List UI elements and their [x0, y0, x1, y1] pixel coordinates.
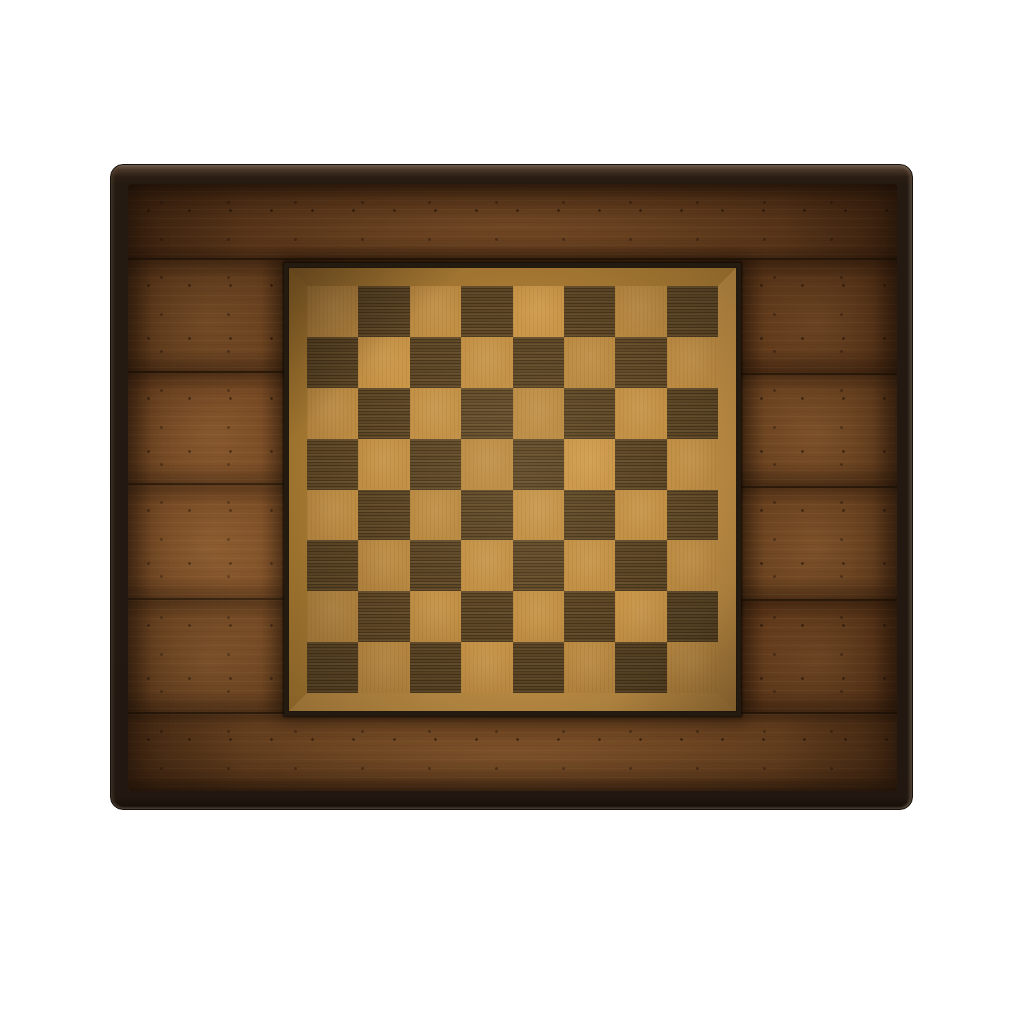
square-f4 — [564, 490, 615, 541]
wood-plank-right-2 — [741, 372, 897, 484]
square-c5 — [410, 439, 461, 490]
wood-plank-left-2 — [128, 372, 284, 484]
plank-seam — [128, 258, 897, 260]
wood-plank-top — [128, 184, 897, 259]
square-e8 — [513, 286, 564, 337]
game-table-top — [110, 164, 913, 810]
square-d6 — [461, 388, 512, 439]
square-c4 — [410, 490, 461, 541]
square-g7 — [615, 337, 666, 388]
square-b7 — [358, 337, 409, 388]
square-a1 — [307, 642, 358, 693]
square-h1 — [667, 642, 718, 693]
wood-plank-bottom — [128, 713, 897, 791]
square-h5 — [667, 439, 718, 490]
square-f5 — [564, 439, 615, 490]
plank-seam — [128, 371, 284, 373]
square-c8 — [410, 286, 461, 337]
square-e3 — [513, 540, 564, 591]
square-e4 — [513, 490, 564, 541]
square-d5 — [461, 439, 512, 490]
square-a6 — [307, 388, 358, 439]
chessboard-inlay — [284, 263, 741, 716]
square-c7 — [410, 337, 461, 388]
square-e2 — [513, 591, 564, 642]
square-b4 — [358, 490, 409, 541]
wood-plank-right-3 — [741, 484, 897, 599]
square-d4 — [461, 490, 512, 541]
square-f6 — [564, 388, 615, 439]
wood-plank-left-1 — [128, 259, 284, 372]
square-g2 — [615, 591, 666, 642]
square-g1 — [615, 642, 666, 693]
plank-seam — [741, 599, 897, 601]
square-h7 — [667, 337, 718, 388]
square-d8 — [461, 286, 512, 337]
square-g3 — [615, 540, 666, 591]
square-d3 — [461, 540, 512, 591]
plank-seam — [741, 373, 897, 375]
square-b1 — [358, 642, 409, 693]
square-c6 — [410, 388, 461, 439]
square-e1 — [513, 642, 564, 693]
square-f8 — [564, 286, 615, 337]
square-f1 — [564, 642, 615, 693]
square-a8 — [307, 286, 358, 337]
table-surface-planks — [128, 184, 897, 791]
square-a5 — [307, 439, 358, 490]
product-photo — [0, 0, 1024, 1024]
square-b8 — [358, 286, 409, 337]
square-d1 — [461, 642, 512, 693]
square-h4 — [667, 490, 718, 541]
square-h3 — [667, 540, 718, 591]
square-a2 — [307, 591, 358, 642]
square-h8 — [667, 286, 718, 337]
square-f3 — [564, 540, 615, 591]
square-f7 — [564, 337, 615, 388]
plank-seam — [128, 598, 284, 600]
square-g6 — [615, 388, 666, 439]
square-b3 — [358, 540, 409, 591]
square-e5 — [513, 439, 564, 490]
square-b5 — [358, 439, 409, 490]
plank-seam — [741, 486, 897, 488]
square-h2 — [667, 591, 718, 642]
square-g4 — [615, 490, 666, 541]
square-b2 — [358, 591, 409, 642]
square-c2 — [410, 591, 461, 642]
square-f2 — [564, 591, 615, 642]
checkerboard — [307, 286, 718, 693]
square-d2 — [461, 591, 512, 642]
board-border-frame — [289, 268, 736, 711]
square-e7 — [513, 337, 564, 388]
square-a7 — [307, 337, 358, 388]
wood-plank-left-4 — [128, 599, 284, 713]
wood-plank-left-3 — [128, 484, 284, 599]
square-e6 — [513, 388, 564, 439]
square-a4 — [307, 490, 358, 541]
square-c3 — [410, 540, 461, 591]
plank-seam — [128, 483, 284, 485]
square-g8 — [615, 286, 666, 337]
wood-plank-right-1 — [741, 259, 897, 372]
square-c1 — [410, 642, 461, 693]
square-a3 — [307, 540, 358, 591]
square-d7 — [461, 337, 512, 388]
wood-plank-right-4 — [741, 599, 897, 713]
square-h6 — [667, 388, 718, 439]
square-b6 — [358, 388, 409, 439]
square-g5 — [615, 439, 666, 490]
